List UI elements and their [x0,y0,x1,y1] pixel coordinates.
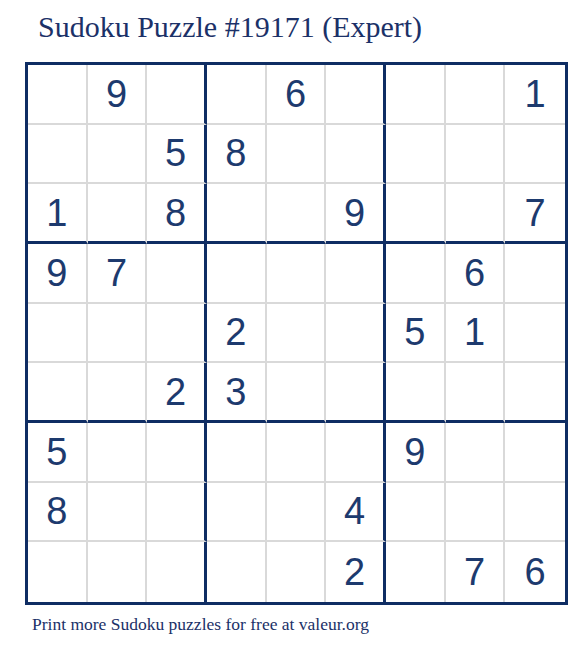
sudoku-cell-r2c8[interactable] [446,125,506,185]
sudoku-cell-r7c1[interactable]: 5 [28,423,88,483]
sudoku-cell-r5c5[interactable] [267,304,327,364]
sudoku-cell-r7c6[interactable] [326,423,386,483]
sudoku-board: 961581897976251235984276 [25,62,568,605]
sudoku-cell-r8c7[interactable] [386,483,446,543]
sudoku-cell-r3c9[interactable]: 7 [505,184,565,244]
sudoku-cell-r7c4[interactable] [207,423,267,483]
sudoku-cell-r8c8[interactable] [446,483,506,543]
sudoku-cell-r6c9[interactable] [505,363,565,423]
sudoku-cell-r9c5[interactable] [267,542,327,602]
sudoku-cell-r9c3[interactable] [147,542,207,602]
sudoku-cell-r8c9[interactable] [505,483,565,543]
sudoku-cell-r5c1[interactable] [28,304,88,364]
sudoku-cell-r5c6[interactable] [326,304,386,364]
sudoku-cell-r2c4[interactable]: 8 [207,125,267,185]
sudoku-cell-r4c9[interactable] [505,244,565,304]
sudoku-cell-r5c8[interactable]: 1 [446,304,506,364]
sudoku-cell-r3c7[interactable] [386,184,446,244]
sudoku-cell-r1c2[interactable]: 9 [88,65,148,125]
sudoku-cell-r9c4[interactable] [207,542,267,602]
sudoku-cell-r6c8[interactable] [446,363,506,423]
sudoku-cell-r4c5[interactable] [267,244,327,304]
sudoku-cell-r4c2[interactable]: 7 [88,244,148,304]
sudoku-cell-r2c3[interactable]: 5 [147,125,207,185]
sudoku-cell-r7c9[interactable] [505,423,565,483]
sudoku-cell-r2c2[interactable] [88,125,148,185]
sudoku-cell-r6c6[interactable] [326,363,386,423]
sudoku-cell-r8c1[interactable]: 8 [28,483,88,543]
sudoku-cell-r1c9[interactable]: 1 [505,65,565,125]
sudoku-cell-r8c5[interactable] [267,483,327,543]
sudoku-cell-r3c6[interactable]: 9 [326,184,386,244]
sudoku-cell-r7c7[interactable]: 9 [386,423,446,483]
sudoku-cell-r1c6[interactable] [326,65,386,125]
sudoku-cell-r7c3[interactable] [147,423,207,483]
sudoku-cell-r3c3[interactable]: 8 [147,184,207,244]
sudoku-cell-r6c5[interactable] [267,363,327,423]
sudoku-cell-r5c3[interactable] [147,304,207,364]
sudoku-cell-r9c1[interactable] [28,542,88,602]
sudoku-cell-r8c2[interactable] [88,483,148,543]
sudoku-cell-r1c5[interactable]: 6 [267,65,327,125]
sudoku-cell-r1c4[interactable] [207,65,267,125]
sudoku-cell-r3c8[interactable] [446,184,506,244]
sudoku-cell-r4c8[interactable]: 6 [446,244,506,304]
sudoku-cell-r9c8[interactable]: 7 [446,542,506,602]
sudoku-cell-r1c3[interactable] [147,65,207,125]
sudoku-cell-r1c7[interactable] [386,65,446,125]
sudoku-cell-r9c2[interactable] [88,542,148,602]
sudoku-cell-r2c1[interactable] [28,125,88,185]
sudoku-cell-r4c1[interactable]: 9 [28,244,88,304]
sudoku-cell-r4c3[interactable] [147,244,207,304]
sudoku-cell-r2c9[interactable] [505,125,565,185]
sudoku-cell-r8c4[interactable] [207,483,267,543]
sudoku-cell-r5c2[interactable] [88,304,148,364]
sudoku-cell-r4c6[interactable] [326,244,386,304]
sudoku-cell-r2c6[interactable] [326,125,386,185]
sudoku-cell-r3c4[interactable] [207,184,267,244]
sudoku-cell-r5c7[interactable]: 5 [386,304,446,364]
sudoku-cell-r7c2[interactable] [88,423,148,483]
sudoku-cell-r4c4[interactable] [207,244,267,304]
sudoku-cell-r8c3[interactable] [147,483,207,543]
sudoku-cell-r7c8[interactable] [446,423,506,483]
sudoku-cell-r3c1[interactable]: 1 [28,184,88,244]
sudoku-cell-r6c4[interactable]: 3 [207,363,267,423]
sudoku-cell-r2c7[interactable] [386,125,446,185]
sudoku-cell-r3c2[interactable] [88,184,148,244]
footer-note: Print more Sudoku puzzles for free at va… [32,614,369,635]
sudoku-cell-r5c9[interactable] [505,304,565,364]
sudoku-cell-r9c6[interactable]: 2 [326,542,386,602]
sudoku-cell-r6c1[interactable] [28,363,88,423]
sudoku-cell-r9c7[interactable] [386,542,446,602]
page-title: Sudoku Puzzle #19171 (Expert) [38,10,422,44]
sudoku-cell-r1c8[interactable] [446,65,506,125]
sudoku-cell-r8c6[interactable]: 4 [326,483,386,543]
sudoku-cell-r2c5[interactable] [267,125,327,185]
sudoku-cell-r4c7[interactable] [386,244,446,304]
sudoku-cell-r6c3[interactable]: 2 [147,363,207,423]
sudoku-cell-r6c7[interactable] [386,363,446,423]
sudoku-cell-r7c5[interactable] [267,423,327,483]
sudoku-cell-r1c1[interactable] [28,65,88,125]
sudoku-cell-r6c2[interactable] [88,363,148,423]
sudoku-cell-r9c9[interactable]: 6 [505,542,565,602]
sudoku-cell-r5c4[interactable]: 2 [207,304,267,364]
sudoku-cell-r3c5[interactable] [267,184,327,244]
